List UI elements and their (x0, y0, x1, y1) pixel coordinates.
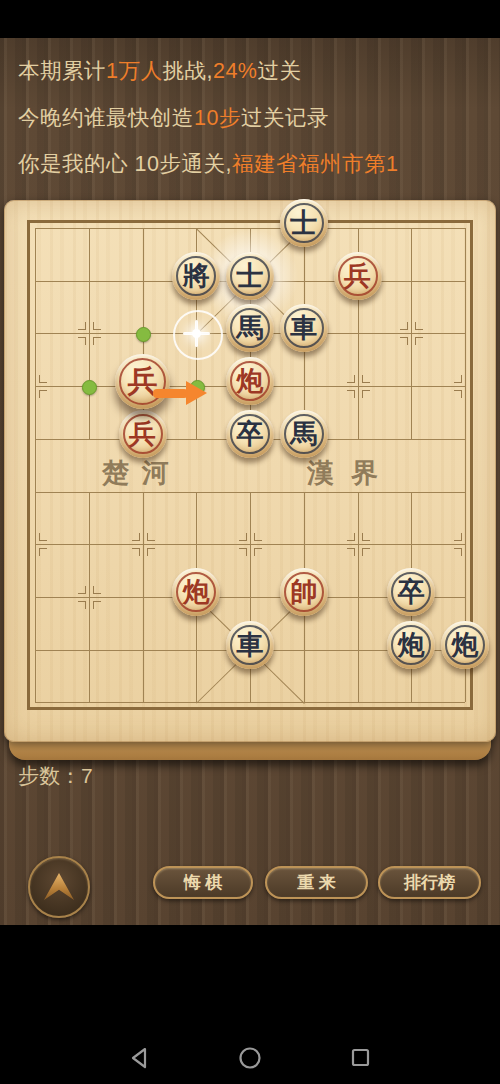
piece-black-士[interactable]: 士 (226, 252, 274, 300)
position-marker (415, 322, 423, 330)
board-layer: 楚河漢界士將士兵馬車兵炮兵卒馬炮帥卒車炮炮 (0, 0, 500, 1084)
move-hint-dot[interactable] (82, 380, 97, 395)
piece-black-卒[interactable]: 卒 (387, 568, 435, 616)
position-marker (132, 548, 140, 556)
position-marker (254, 533, 262, 541)
grid-line-v (35, 228, 36, 702)
piece-black-馬[interactable]: 馬 (226, 304, 274, 352)
position-marker (362, 533, 370, 541)
position-marker (39, 390, 47, 398)
position-marker (415, 337, 423, 345)
position-marker (39, 533, 47, 541)
river-label-right: 漢界 (307, 455, 395, 491)
position-marker (239, 548, 247, 556)
hint-arrow-shaft (153, 389, 188, 398)
android-nav-bar (0, 925, 500, 1084)
position-marker (239, 533, 247, 541)
up-arrow-icon (44, 873, 74, 900)
grid-line-v (358, 492, 359, 703)
leaderboard-button[interactable]: 排行榜 (378, 866, 481, 899)
position-marker (78, 601, 86, 609)
position-marker (93, 601, 101, 609)
piece-red-炮[interactable]: 炮 (226, 357, 274, 405)
position-marker (132, 533, 140, 541)
position-marker (454, 375, 462, 383)
position-marker (93, 337, 101, 345)
piece-black-車[interactable]: 車 (280, 304, 328, 352)
position-marker (454, 390, 462, 398)
river-label-left: 楚河 (102, 455, 182, 491)
hint-arrow-head (186, 381, 207, 405)
position-marker (147, 548, 155, 556)
position-marker (347, 548, 355, 556)
sparkle-core (192, 329, 201, 338)
grid-line-v (411, 228, 412, 439)
position-marker (454, 533, 462, 541)
grid-line-v (250, 492, 251, 703)
home-icon[interactable] (238, 1046, 262, 1070)
position-marker (93, 322, 101, 330)
piece-black-車[interactable]: 車 (226, 621, 274, 669)
piece-black-馬[interactable]: 馬 (280, 410, 328, 458)
position-marker (254, 548, 262, 556)
position-marker (362, 390, 370, 398)
collapse-panel-button[interactable] (28, 856, 90, 918)
recents-icon[interactable] (349, 1046, 373, 1070)
piece-black-卒[interactable]: 卒 (226, 410, 274, 458)
grid-line-v (89, 228, 90, 439)
position-marker (78, 322, 86, 330)
piece-black-將[interactable]: 將 (172, 252, 220, 300)
step-counter: 步数：7 (18, 762, 93, 790)
piece-red-兵[interactable]: 兵 (334, 252, 382, 300)
piece-black-炮[interactable]: 炮 (387, 621, 435, 669)
grid-line-h (35, 702, 465, 703)
position-marker (347, 533, 355, 541)
position-marker (362, 375, 370, 383)
piece-red-兵[interactable]: 兵 (119, 410, 167, 458)
undo-button-label: 悔 棋 (184, 871, 223, 894)
restart-button[interactable]: 重 来 (265, 866, 368, 899)
back-icon[interactable] (128, 1046, 152, 1070)
position-marker (78, 586, 86, 594)
position-marker (78, 337, 86, 345)
piece-black-炮[interactable]: 炮 (441, 621, 489, 669)
move-hint-dot[interactable] (136, 327, 151, 342)
position-marker (147, 533, 155, 541)
piece-black-士[interactable]: 士 (280, 199, 328, 247)
position-marker (454, 548, 462, 556)
position-marker (400, 322, 408, 330)
position-marker (347, 390, 355, 398)
restart-button-label: 重 来 (297, 871, 336, 894)
undo-button[interactable]: 悔 棋 (153, 866, 253, 899)
leaderboard-button-label: 排行榜 (404, 871, 455, 894)
position-marker (93, 586, 101, 594)
position-marker (39, 548, 47, 556)
piece-red-兵[interactable]: 兵 (115, 354, 170, 409)
position-marker (39, 375, 47, 383)
grid-line-v (143, 492, 144, 703)
piece-red-帥[interactable]: 帥 (280, 568, 328, 616)
position-marker (362, 548, 370, 556)
grid-line-v (89, 492, 90, 703)
position-marker (400, 337, 408, 345)
app-screen: 本期累计1万人挑战,24%过关今晚约谁最快创造10步过关记录你是我的心 10步通… (0, 0, 500, 1084)
piece-red-炮[interactable]: 炮 (172, 568, 220, 616)
position-marker (347, 375, 355, 383)
